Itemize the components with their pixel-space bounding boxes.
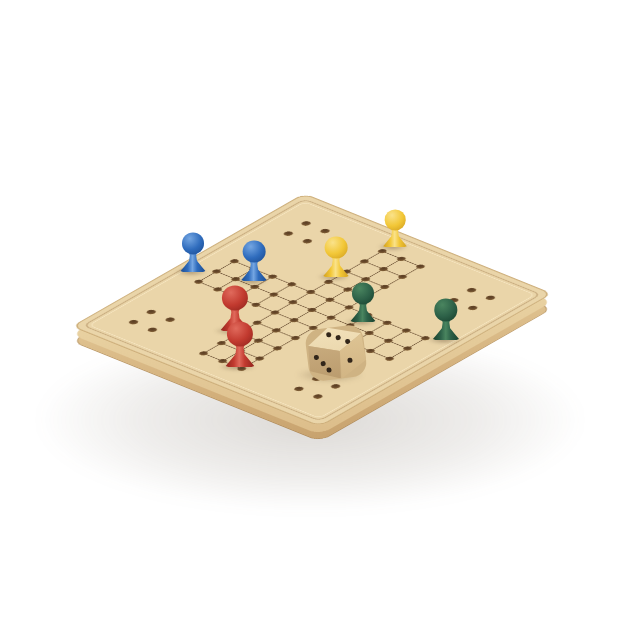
peg-head [243,240,266,262]
product-photo-scene [0,0,635,635]
peg-yellow-1 [382,209,409,247]
peg-green-2 [431,298,460,340]
peg-blue-1 [179,232,207,272]
peg-head [325,236,348,258]
peg-green-1 [349,282,377,322]
peg-head [222,285,248,310]
peg-head [434,298,458,321]
peg-yellow-2 [322,236,351,277]
peg-head [352,282,374,304]
peg-head [227,321,253,346]
peg-red-2 [224,321,256,367]
peg-blue-2 [240,240,269,281]
die [304,324,368,383]
home-holes-blue [127,309,177,333]
peg-head [384,209,405,230]
peg-head [182,232,204,254]
